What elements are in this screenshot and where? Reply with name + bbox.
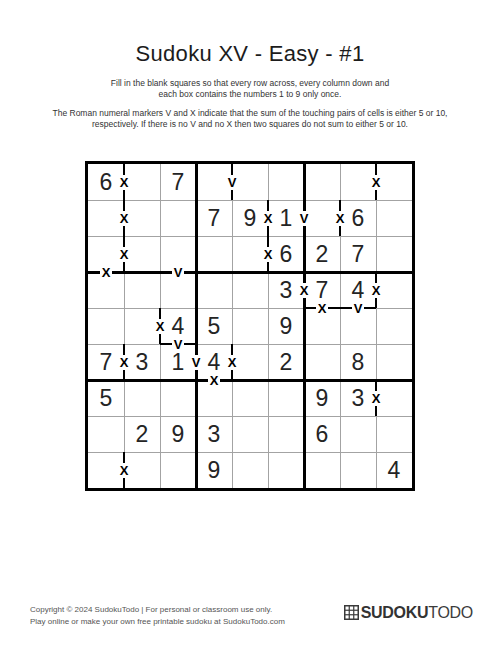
instructions-xv-rule: The Roman numeral markers V and X indica…: [0, 108, 500, 129]
instructions-xv-line2: respectively. If there is no V and no X …: [0, 119, 500, 130]
instructions-basic-line1: Fill in the blank squares so that every …: [0, 78, 500, 89]
sudokutodo-logo: SUDOKUTODO: [344, 604, 473, 621]
logo-text-todo: TODO: [428, 604, 473, 621]
xv-marker-x: X: [358, 380, 394, 416]
xv-marker-x: X: [322, 200, 358, 236]
grid-icon: [344, 605, 359, 620]
xv-marker-x: X: [250, 236, 286, 272]
grid-line-vertical: [376, 164, 377, 488]
xv-marker-v: V: [286, 200, 322, 236]
footer-copyright: Copyright © 2024 SudokuTodo | For person…: [30, 604, 285, 627]
grid-line-horizontal: [88, 416, 412, 417]
footer-copyright-line1: Copyright © 2024 SudokuTodo | For person…: [30, 604, 285, 616]
sudoku-grid-lines: XVXXXVXXXXXXXVXXXXVXVVX: [88, 164, 412, 488]
xv-marker-x: X: [88, 254, 124, 290]
logo-text-sudoku: SUDOKU: [361, 604, 429, 621]
xv-marker-x: X: [304, 290, 340, 326]
xv-marker-v: V: [160, 254, 196, 290]
xv-marker-x: X: [358, 164, 394, 200]
xv-marker-v: V: [340, 290, 376, 326]
instructions-basic: Fill in the blank squares so that every …: [0, 78, 500, 99]
xv-marker-v: V: [214, 164, 250, 200]
sudoku-board: 677916627374459731428593293694 XVXXXVXXX…: [85, 161, 415, 491]
instructions-basic-line2: each box contains the numbers 1 to 9 onl…: [0, 89, 500, 100]
footer-copyright-line2: Play online or make your own free printa…: [30, 616, 285, 628]
xv-marker-v: V: [160, 326, 196, 362]
xv-marker-x: X: [106, 164, 142, 200]
xv-marker-x: X: [106, 200, 142, 236]
page-title: Sudoku XV - Easy - #1: [0, 41, 500, 67]
instructions-xv-line1: The Roman numeral markers V and X indica…: [0, 108, 500, 119]
xv-marker-x: X: [250, 200, 286, 236]
xv-marker-x: X: [106, 452, 142, 488]
grid-line-vertical: [232, 164, 233, 488]
xv-marker-x: X: [196, 362, 232, 398]
xv-marker-x: X: [106, 344, 142, 380]
